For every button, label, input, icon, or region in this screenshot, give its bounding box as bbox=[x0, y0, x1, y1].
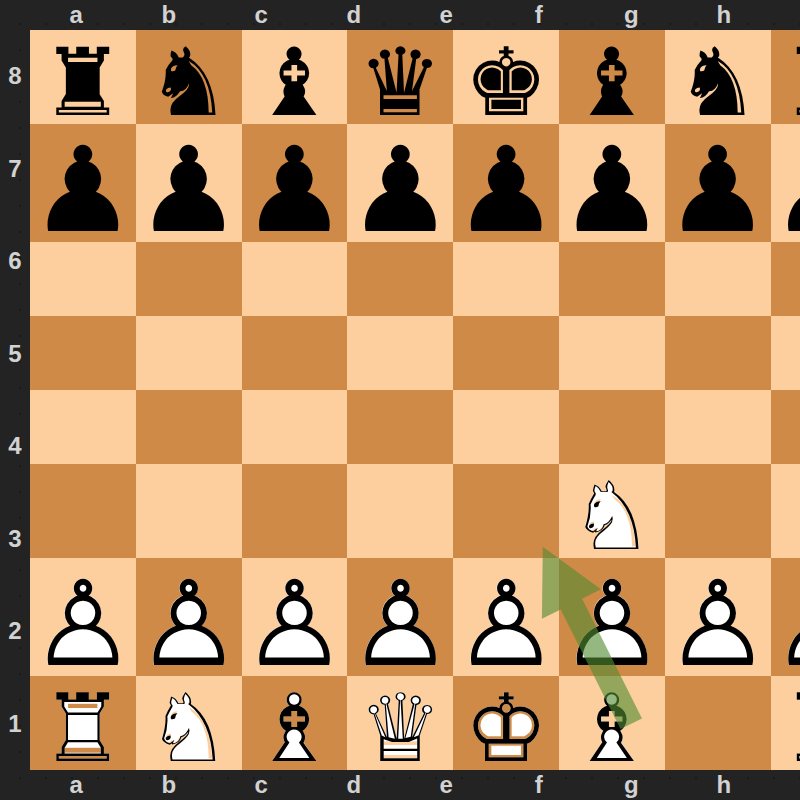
square-f4[interactable] bbox=[559, 390, 665, 464]
white-knight-outline: ♘ bbox=[147, 674, 231, 783]
file-label-h: h bbox=[678, 770, 771, 800]
square-g3[interactable] bbox=[665, 464, 771, 558]
square-g8[interactable]: ♞ bbox=[665, 30, 771, 124]
file-label-e: e bbox=[400, 0, 493, 30]
square-f8[interactable]: ♝ bbox=[559, 30, 665, 124]
white-pawn-outline: ♙ bbox=[136, 555, 242, 693]
black-pawn[interactable]: ♟︎ bbox=[453, 131, 559, 249]
square-e1[interactable]: ♚♔ bbox=[453, 676, 559, 770]
square-c8[interactable]: ♝ bbox=[242, 30, 348, 124]
square-f3[interactable]: ♞♘ bbox=[559, 464, 665, 558]
square-e4[interactable] bbox=[453, 390, 559, 464]
square-a1[interactable]: ♜♖ bbox=[30, 676, 136, 770]
square-a5[interactable] bbox=[30, 316, 136, 390]
rank-label-5: 5 bbox=[0, 308, 30, 401]
square-d5[interactable] bbox=[347, 316, 453, 390]
square-b5[interactable] bbox=[136, 316, 242, 390]
white-rook-outline: ♖ bbox=[781, 674, 800, 783]
square-a8[interactable]: ♜ bbox=[30, 30, 136, 124]
square-e7[interactable]: ♟︎ bbox=[453, 124, 559, 242]
black-pawn[interactable]: ♟︎ bbox=[242, 131, 348, 249]
black-rook[interactable]: ♜ bbox=[781, 36, 800, 130]
square-e2[interactable]: ♟︎♙ bbox=[453, 558, 559, 676]
square-d7[interactable]: ♟︎ bbox=[347, 124, 453, 242]
file-label-g: g bbox=[585, 0, 678, 30]
black-pawn[interactable]: ♟︎ bbox=[347, 131, 453, 249]
black-bishop[interactable]: ♝ bbox=[252, 36, 336, 130]
black-king[interactable]: ♚ bbox=[464, 36, 548, 130]
square-f1[interactable]: ♝♗ bbox=[559, 676, 665, 770]
square-d1[interactable]: ♛♕ bbox=[347, 676, 453, 770]
white-pawn-outline: ♙ bbox=[771, 555, 800, 693]
square-g2[interactable]: ♟︎♙ bbox=[665, 558, 771, 676]
square-a3[interactable] bbox=[30, 464, 136, 558]
square-h3[interactable] bbox=[771, 464, 800, 558]
black-pawn[interactable]: ♟︎ bbox=[136, 131, 242, 249]
white-queen[interactable]: ♛♕ bbox=[358, 682, 442, 776]
chess-board: ♜♞♝♛♚♝♞♜♟︎♟︎♟︎♟︎♟︎♟︎♟︎♟︎♞♘♟︎♙♟︎♙♟︎♙♟︎♙♟︎… bbox=[30, 30, 770, 770]
chess-board-frame: abcdefgh abcdefgh 87654321 87654321 ♜♞♝♛… bbox=[0, 0, 800, 800]
square-b4[interactable] bbox=[136, 390, 242, 464]
file-labels-top: abcdefgh bbox=[30, 0, 770, 30]
square-b2[interactable]: ♟︎♙ bbox=[136, 558, 242, 676]
file-label-c: c bbox=[215, 0, 308, 30]
square-h2[interactable]: ♟︎♙ bbox=[771, 558, 800, 676]
square-d8[interactable]: ♛ bbox=[347, 30, 453, 124]
white-pawn[interactable]: ♟︎♙ bbox=[665, 565, 771, 683]
rank-label-3: 3 bbox=[0, 493, 30, 586]
white-bishop[interactable]: ♝♗ bbox=[252, 682, 336, 776]
square-a7[interactable]: ♟︎ bbox=[30, 124, 136, 242]
square-f5[interactable] bbox=[559, 316, 665, 390]
square-h7[interactable]: ♟︎ bbox=[771, 124, 800, 242]
rank-label-4: 4 bbox=[0, 400, 30, 493]
white-pawn[interactable]: ♟︎♙ bbox=[242, 565, 348, 683]
square-e5[interactable] bbox=[453, 316, 559, 390]
square-d4[interactable] bbox=[347, 390, 453, 464]
rank-label-7: 7 bbox=[0, 123, 30, 216]
black-pawn[interactable]: ♟︎ bbox=[559, 131, 665, 249]
black-pawn[interactable]: ♟︎ bbox=[771, 131, 800, 249]
white-bishop-outline: ♗ bbox=[252, 674, 336, 783]
white-pawn-outline: ♙ bbox=[665, 555, 771, 693]
square-h8[interactable]: ♜ bbox=[771, 30, 800, 124]
white-knight[interactable]: ♞♘ bbox=[570, 470, 654, 564]
white-rook[interactable]: ♜♖ bbox=[781, 682, 800, 776]
square-b8[interactable]: ♞ bbox=[136, 30, 242, 124]
white-pawn-outline: ♙ bbox=[453, 555, 559, 693]
black-knight[interactable]: ♞ bbox=[147, 36, 231, 130]
white-pawn-outline: ♙ bbox=[242, 555, 348, 693]
rank-label-8: 8 bbox=[0, 30, 30, 123]
square-c5[interactable] bbox=[242, 316, 348, 390]
square-g7[interactable]: ♟︎ bbox=[665, 124, 771, 242]
file-label-b: b bbox=[123, 0, 216, 30]
square-e3[interactable] bbox=[453, 464, 559, 558]
white-pawn-outline: ♙ bbox=[559, 555, 665, 693]
white-king[interactable]: ♚♔ bbox=[464, 682, 548, 776]
square-e8[interactable]: ♚ bbox=[453, 30, 559, 124]
square-b7[interactable]: ♟︎ bbox=[136, 124, 242, 242]
rank-label-2: 2 bbox=[0, 585, 30, 678]
white-pawn-outline: ♙ bbox=[30, 555, 136, 693]
white-pawn[interactable]: ♟︎♙ bbox=[771, 565, 800, 683]
square-c1[interactable]: ♝♗ bbox=[242, 676, 348, 770]
white-king-outline: ♔ bbox=[464, 674, 548, 783]
white-pawn-outline: ♙ bbox=[347, 555, 453, 693]
square-a4[interactable] bbox=[30, 390, 136, 464]
black-bishop[interactable]: ♝ bbox=[570, 36, 654, 130]
white-pawn[interactable]: ♟︎♙ bbox=[559, 565, 665, 683]
white-bishop[interactable]: ♝♗ bbox=[570, 682, 654, 776]
square-b3[interactable] bbox=[136, 464, 242, 558]
white-pawn[interactable]: ♟︎♙ bbox=[347, 565, 453, 683]
white-knight[interactable]: ♞♘ bbox=[147, 682, 231, 776]
square-c7[interactable]: ♟︎ bbox=[242, 124, 348, 242]
square-h4[interactable] bbox=[771, 390, 800, 464]
square-d3[interactable] bbox=[347, 464, 453, 558]
square-f2[interactable]: ♟︎♙ bbox=[559, 558, 665, 676]
black-pawn[interactable]: ♟︎ bbox=[30, 131, 136, 249]
file-label-a: a bbox=[30, 0, 123, 30]
white-bishop-outline: ♗ bbox=[570, 674, 654, 783]
square-c4[interactable] bbox=[242, 390, 348, 464]
square-g4[interactable] bbox=[665, 390, 771, 464]
black-knight[interactable]: ♞ bbox=[676, 36, 760, 130]
white-pawn[interactable]: ♟︎♙ bbox=[136, 565, 242, 683]
rank-label-6: 6 bbox=[0, 215, 30, 308]
square-h5[interactable] bbox=[771, 316, 800, 390]
square-c2[interactable]: ♟︎♙ bbox=[242, 558, 348, 676]
white-rook[interactable]: ♜♖ bbox=[41, 682, 125, 776]
file-label-h: h bbox=[678, 0, 771, 30]
square-b1[interactable]: ♞♘ bbox=[136, 676, 242, 770]
white-pawn[interactable]: ♟︎♙ bbox=[453, 565, 559, 683]
square-c3[interactable] bbox=[242, 464, 348, 558]
square-d2[interactable]: ♟︎♙ bbox=[347, 558, 453, 676]
rank-labels-left: 87654321 bbox=[0, 30, 30, 770]
white-rook-outline: ♖ bbox=[41, 674, 125, 783]
square-a2[interactable]: ♟︎♙ bbox=[30, 558, 136, 676]
file-label-f: f bbox=[493, 0, 586, 30]
file-label-d: d bbox=[308, 0, 401, 30]
white-queen-outline: ♕ bbox=[358, 674, 442, 783]
black-queen[interactable]: ♛ bbox=[358, 36, 442, 130]
white-pawn[interactable]: ♟︎♙ bbox=[30, 565, 136, 683]
black-pawn[interactable]: ♟︎ bbox=[665, 131, 771, 249]
square-f7[interactable]: ♟︎ bbox=[559, 124, 665, 242]
rank-label-1: 1 bbox=[0, 678, 30, 771]
square-g5[interactable] bbox=[665, 316, 771, 390]
black-rook[interactable]: ♜ bbox=[41, 36, 125, 130]
